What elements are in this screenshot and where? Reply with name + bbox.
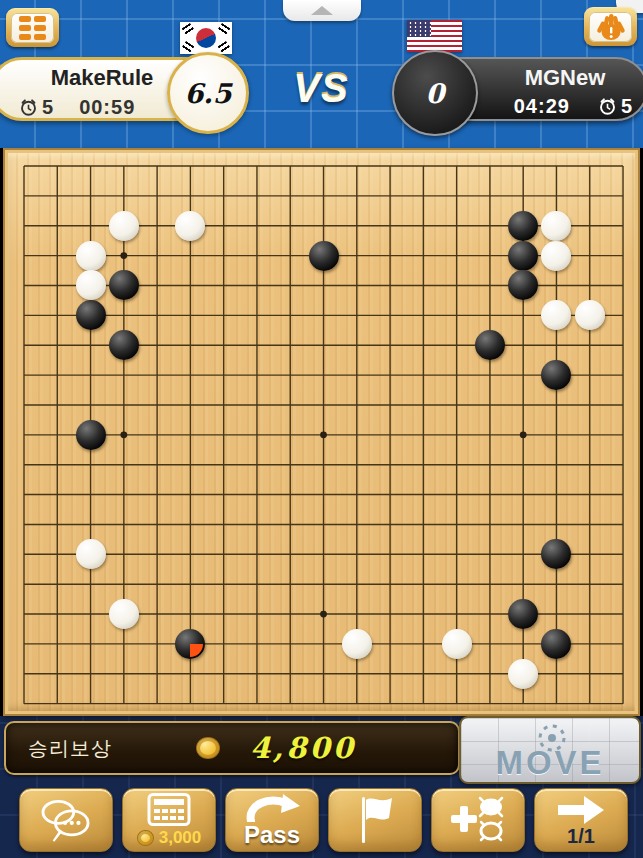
white-stone bbox=[76, 539, 106, 569]
hand-button-panel bbox=[589, 12, 632, 42]
black-stone bbox=[309, 241, 339, 271]
coin-icon bbox=[196, 737, 220, 759]
vs-label: VS bbox=[286, 66, 356, 111]
notification-pull-tab[interactable] bbox=[283, 0, 361, 21]
white-stone bbox=[109, 599, 139, 629]
score-cost-value: 3,000 bbox=[159, 828, 202, 848]
reward-amount: 4,800 bbox=[250, 731, 356, 765]
white-stone bbox=[109, 211, 139, 241]
black-stone bbox=[508, 241, 538, 271]
black-stone bbox=[508, 211, 538, 241]
chat-button[interactable] bbox=[19, 788, 113, 852]
alarm-clock-icon bbox=[19, 98, 38, 117]
chevron-up-icon bbox=[311, 6, 333, 15]
united-states-flag-icon bbox=[407, 20, 462, 52]
capture-badge: 0 bbox=[392, 50, 478, 136]
move-button[interactable]: MOVE bbox=[459, 716, 641, 784]
black-stone bbox=[76, 420, 106, 450]
right-player-name: MGNew bbox=[490, 65, 640, 91]
white-stone bbox=[442, 629, 472, 659]
left-time: 00:59 bbox=[79, 96, 135, 119]
star-point bbox=[120, 252, 127, 259]
menu-button[interactable] bbox=[6, 8, 59, 47]
score-estimate-button[interactable]: 3,000 bbox=[122, 788, 216, 852]
plus-stones-icon bbox=[449, 796, 507, 844]
calculator-icon bbox=[147, 793, 191, 826]
right-time: 04:29 bbox=[514, 95, 570, 118]
move-nav-button[interactable]: 1/1 bbox=[534, 788, 628, 852]
white-stone bbox=[175, 211, 205, 241]
pass-button[interactable]: Pass bbox=[225, 788, 319, 852]
white-flag-icon bbox=[355, 795, 395, 845]
black-stone bbox=[475, 330, 505, 360]
add-stone-button[interactable] bbox=[431, 788, 525, 852]
star-point bbox=[520, 431, 527, 438]
resign-button[interactable] bbox=[328, 788, 422, 852]
south-korea-flag-icon bbox=[180, 22, 232, 54]
grid-menu-icon bbox=[19, 16, 46, 40]
white-stone bbox=[575, 300, 605, 330]
left-player-timer: 5 00:59 bbox=[19, 96, 135, 119]
white-stone bbox=[541, 241, 571, 271]
left-player-name: MakeRule bbox=[27, 65, 177, 91]
pass-label: Pass bbox=[244, 823, 300, 847]
move-nav-label: 1/1 bbox=[567, 826, 595, 846]
go-board[interactable] bbox=[3, 148, 640, 716]
komi-badge: 6.5 bbox=[167, 52, 249, 134]
white-stone bbox=[76, 270, 106, 300]
black-stone bbox=[76, 300, 106, 330]
star-point bbox=[120, 431, 127, 438]
white-stone bbox=[76, 241, 106, 271]
move-button-label: MOVE bbox=[461, 744, 639, 782]
go-game-screen: MakeRule 5 00:59 6.5 VS MGNew 04:29 5 0 bbox=[0, 0, 643, 858]
white-stone bbox=[508, 659, 538, 689]
coin-icon bbox=[137, 830, 154, 846]
arrow-right-icon bbox=[557, 795, 605, 825]
menu-button-panel bbox=[11, 13, 54, 43]
player-card-right[interactable]: MGNew 04:29 5 0 bbox=[396, 57, 643, 121]
score-estimate-cost: 3,000 bbox=[137, 828, 202, 848]
player-card-left[interactable]: MakeRule 5 00:59 6.5 bbox=[0, 57, 248, 121]
star-point bbox=[320, 431, 327, 438]
black-stone bbox=[109, 330, 139, 360]
right-byoyomi-periods: 5 bbox=[621, 95, 632, 118]
reward-label: 승리보상 bbox=[28, 735, 112, 762]
left-byoyomi-periods: 5 bbox=[42, 96, 53, 119]
right-player-timer: 04:29 5 bbox=[514, 95, 632, 118]
curved-arrow-icon bbox=[243, 794, 301, 822]
white-stone bbox=[342, 629, 372, 659]
alarm-clock-icon bbox=[598, 97, 617, 116]
reward-bar: 승리보상 4,800 bbox=[4, 721, 460, 775]
star-point bbox=[320, 611, 327, 618]
chat-bubbles-icon bbox=[37, 797, 95, 843]
hand-button[interactable] bbox=[584, 7, 637, 46]
hand-icon bbox=[596, 13, 626, 41]
